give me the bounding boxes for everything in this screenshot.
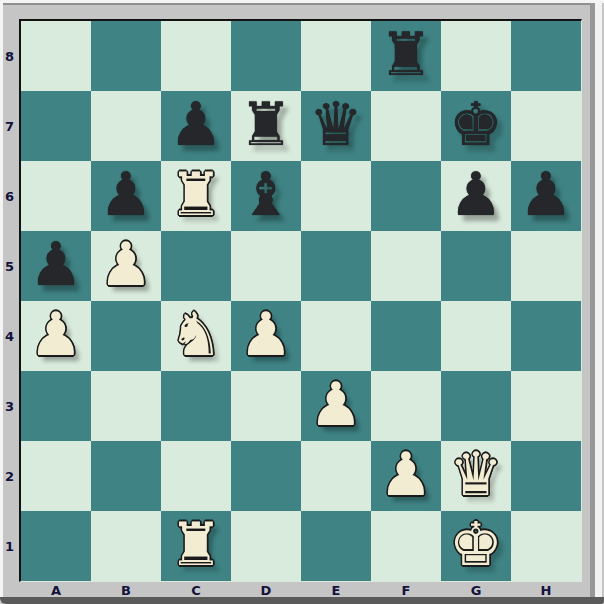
square-g8[interactable] <box>441 21 511 91</box>
file-label-G: G <box>441 582 511 598</box>
square-d5[interactable] <box>231 231 301 301</box>
square-e8[interactable] <box>301 21 371 91</box>
square-d2[interactable] <box>231 441 301 511</box>
black-pawn-c7[interactable]: ♟ <box>169 94 223 154</box>
rank-labels: 87654321 <box>0 21 19 581</box>
rank-label-4: 4 <box>0 301 19 371</box>
square-c2[interactable] <box>161 441 231 511</box>
square-g3[interactable] <box>441 371 511 441</box>
file-label-F: F <box>371 582 441 598</box>
black-rook-f8[interactable]: ♜ <box>379 24 433 84</box>
file-label-H: H <box>511 582 581 598</box>
square-a2[interactable] <box>21 441 91 511</box>
square-b4[interactable] <box>91 301 161 371</box>
square-c3[interactable] <box>161 371 231 441</box>
chess-board[interactable]: ♜♟♜♛♚♟♜♝♟♟♟♟♟♞♟♟♟♛♜♚ <box>19 19 582 582</box>
white-king-g1[interactable]: ♚ <box>449 514 503 574</box>
square-e5[interactable] <box>301 231 371 301</box>
square-e4[interactable] <box>301 301 371 371</box>
square-a7[interactable] <box>21 91 91 161</box>
square-g7[interactable]: ♚ <box>441 91 511 161</box>
black-rook-d7[interactable]: ♜ <box>239 94 293 154</box>
square-e3[interactable]: ♟ <box>301 371 371 441</box>
square-a6[interactable] <box>21 161 91 231</box>
chess-diagram-panel: 87654321 ♜♟♜♛♚♟♜♝♟♟♟♟♟♞♟♟♟♛♜♚ ABCDEFGH <box>0 0 604 604</box>
square-e2[interactable] <box>301 441 371 511</box>
square-h4[interactable] <box>511 301 581 371</box>
file-label-B: B <box>91 582 161 598</box>
square-d7[interactable]: ♜ <box>231 91 301 161</box>
square-b5[interactable]: ♟ <box>91 231 161 301</box>
square-e7[interactable]: ♛ <box>301 91 371 161</box>
square-d6[interactable]: ♝ <box>231 161 301 231</box>
square-f6[interactable] <box>371 161 441 231</box>
square-d3[interactable] <box>231 371 301 441</box>
black-queen-e7[interactable]: ♛ <box>309 94 363 154</box>
square-c7[interactable]: ♟ <box>161 91 231 161</box>
square-c6[interactable]: ♜ <box>161 161 231 231</box>
square-g4[interactable] <box>441 301 511 371</box>
white-pawn-d4[interactable]: ♟ <box>239 304 293 364</box>
square-g6[interactable]: ♟ <box>441 161 511 231</box>
black-pawn-a5[interactable]: ♟ <box>29 234 83 294</box>
square-f2[interactable]: ♟ <box>371 441 441 511</box>
square-a1[interactable] <box>21 511 91 581</box>
square-b2[interactable] <box>91 441 161 511</box>
black-pawn-g6[interactable]: ♟ <box>449 164 503 224</box>
square-c5[interactable] <box>161 231 231 301</box>
rank-label-6: 6 <box>0 161 19 231</box>
file-labels: ABCDEFGH <box>21 582 581 598</box>
square-c1[interactable]: ♜ <box>161 511 231 581</box>
square-b3[interactable] <box>91 371 161 441</box>
white-pawn-f2[interactable]: ♟ <box>379 444 433 504</box>
white-rook-c1[interactable]: ♜ <box>169 514 223 574</box>
square-h5[interactable] <box>511 231 581 301</box>
rank-label-1: 1 <box>0 511 19 581</box>
square-d8[interactable] <box>231 21 301 91</box>
square-h1[interactable] <box>511 511 581 581</box>
square-d1[interactable] <box>231 511 301 581</box>
rank-label-2: 2 <box>0 441 19 511</box>
white-knight-c4[interactable]: ♞ <box>169 304 223 364</box>
square-g2[interactable]: ♛ <box>441 441 511 511</box>
white-queen-g2[interactable]: ♛ <box>449 444 503 504</box>
square-f3[interactable] <box>371 371 441 441</box>
square-d4[interactable]: ♟ <box>231 301 301 371</box>
white-pawn-e3[interactable]: ♟ <box>309 374 363 434</box>
black-king-g7[interactable]: ♚ <box>449 94 503 154</box>
square-e6[interactable] <box>301 161 371 231</box>
file-label-D: D <box>231 582 301 598</box>
square-h8[interactable] <box>511 21 581 91</box>
black-pawn-b6[interactable]: ♟ <box>99 164 153 224</box>
white-rook-c6[interactable]: ♜ <box>169 164 223 224</box>
square-g1[interactable]: ♚ <box>441 511 511 581</box>
rank-label-3: 3 <box>0 371 19 441</box>
square-a4[interactable]: ♟ <box>21 301 91 371</box>
square-b8[interactable] <box>91 21 161 91</box>
square-f4[interactable] <box>371 301 441 371</box>
square-g5[interactable] <box>441 231 511 301</box>
square-f1[interactable] <box>371 511 441 581</box>
square-f8[interactable]: ♜ <box>371 21 441 91</box>
square-a3[interactable] <box>21 371 91 441</box>
square-c8[interactable] <box>161 21 231 91</box>
square-e1[interactable] <box>301 511 371 581</box>
square-c4[interactable]: ♞ <box>161 301 231 371</box>
rank-label-8: 8 <box>0 21 19 91</box>
frame-bottom-shadow-band <box>0 597 604 604</box>
white-pawn-b5[interactable]: ♟ <box>99 234 153 294</box>
square-b1[interactable] <box>91 511 161 581</box>
frame-bevel-top-groove <box>3 3 592 5</box>
rank-label-7: 7 <box>0 91 19 161</box>
white-pawn-a4[interactable]: ♟ <box>29 304 83 364</box>
file-label-E: E <box>301 582 371 598</box>
file-label-C: C <box>161 582 231 598</box>
square-h3[interactable] <box>511 371 581 441</box>
rank-label-5: 5 <box>0 231 19 301</box>
black-pawn-h6[interactable]: ♟ <box>519 164 573 224</box>
file-label-A: A <box>21 582 91 598</box>
black-bishop-d6[interactable]: ♝ <box>239 164 293 224</box>
frame-bevel-right-highlight <box>595 2 602 597</box>
square-f5[interactable] <box>371 231 441 301</box>
square-b6[interactable]: ♟ <box>91 161 161 231</box>
square-h2[interactable] <box>511 441 581 511</box>
square-a5[interactable]: ♟ <box>21 231 91 301</box>
square-h6[interactable]: ♟ <box>511 161 581 231</box>
square-h7[interactable] <box>511 91 581 161</box>
square-a8[interactable] <box>21 21 91 91</box>
square-f7[interactable] <box>371 91 441 161</box>
square-b7[interactable] <box>91 91 161 161</box>
